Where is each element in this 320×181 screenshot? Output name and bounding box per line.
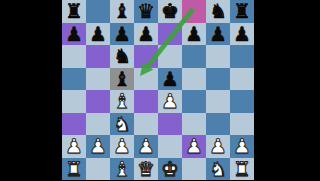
piece-white-pawn[interactable]: ♟ <box>65 135 83 158</box>
piece-white-bishop[interactable]: ♝ <box>113 90 131 113</box>
piece-white-rook[interactable]: ♜ <box>233 158 251 181</box>
piece-black-queen[interactable]: ♛ <box>137 0 155 23</box>
piece-white-pawn[interactable]: ♟ <box>209 135 227 158</box>
piece-black-rook[interactable]: ♜ <box>233 0 251 23</box>
square-f3[interactable] <box>182 113 206 136</box>
square-c3[interactable]: ♞ <box>110 113 134 136</box>
square-b8[interactable] <box>86 0 110 23</box>
square-g6[interactable] <box>206 45 230 68</box>
square-h1[interactable]: ♜ <box>230 158 254 181</box>
square-c8[interactable]: ♝ <box>110 0 134 23</box>
letterbox-right <box>254 0 320 180</box>
square-e5[interactable]: ♟ <box>158 68 182 91</box>
square-b4[interactable] <box>86 90 110 113</box>
square-c7[interactable]: ♟ <box>110 23 134 46</box>
square-g1[interactable]: ♞ <box>206 158 230 181</box>
square-c5[interactable]: ♝ <box>110 68 134 91</box>
piece-black-king[interactable]: ♚ <box>161 0 179 23</box>
square-b1[interactable] <box>86 158 110 181</box>
square-d3[interactable] <box>134 113 158 136</box>
piece-white-rook[interactable]: ♜ <box>65 158 83 181</box>
piece-white-pawn[interactable]: ♟ <box>185 135 203 158</box>
square-a5[interactable] <box>62 68 86 91</box>
square-c2[interactable]: ♟ <box>110 135 134 158</box>
square-a8[interactable]: ♜ <box>62 0 86 23</box>
square-h2[interactable]: ♟ <box>230 135 254 158</box>
square-h8[interactable]: ♜ <box>230 0 254 23</box>
piece-white-pawn[interactable]: ♟ <box>137 135 155 158</box>
piece-black-bishop[interactable]: ♝ <box>113 0 131 23</box>
square-b5[interactable] <box>86 68 110 91</box>
square-c6[interactable]: ♞ <box>110 45 134 68</box>
piece-black-pawn[interactable]: ♟ <box>233 23 251 46</box>
square-b3[interactable] <box>86 113 110 136</box>
piece-white-pawn[interactable]: ♟ <box>113 135 131 158</box>
square-g8[interactable]: ♞ <box>206 0 230 23</box>
piece-white-knight[interactable]: ♞ <box>113 113 131 136</box>
piece-black-pawn[interactable]: ♟ <box>185 23 203 46</box>
square-d5[interactable] <box>134 68 158 91</box>
square-h3[interactable] <box>230 113 254 136</box>
square-a4[interactable] <box>62 90 86 113</box>
piece-black-knight[interactable]: ♞ <box>209 0 227 23</box>
square-a2[interactable]: ♟ <box>62 135 86 158</box>
piece-black-bishop[interactable]: ♝ <box>113 68 131 91</box>
square-f2[interactable]: ♟ <box>182 135 206 158</box>
square-e8[interactable]: ♚ <box>158 0 182 23</box>
piece-white-pawn[interactable]: ♟ <box>89 135 107 158</box>
piece-black-knight[interactable]: ♞ <box>113 45 131 68</box>
square-h7[interactable]: ♟ <box>230 23 254 46</box>
chess-board[interactable]: ♜♝♛♚♞♜♟♟♟♟♟♟♟♞♝♟♝♟♞♟♟♟♟♟♟♟♜♝♛♚♞♜ <box>62 0 254 180</box>
square-h5[interactable] <box>230 68 254 91</box>
chess-app-stage: ♜♝♛♚♞♜♟♟♟♟♟♟♟♞♝♟♝♟♞♟♟♟♟♟♟♟♜♝♛♚♞♜ <box>0 0 320 180</box>
square-f4[interactable] <box>182 90 206 113</box>
square-h6[interactable] <box>230 45 254 68</box>
square-e7[interactable] <box>158 23 182 46</box>
piece-black-pawn[interactable]: ♟ <box>89 23 107 46</box>
piece-white-pawn[interactable]: ♟ <box>233 135 251 158</box>
square-b6[interactable] <box>86 45 110 68</box>
square-a7[interactable]: ♟ <box>62 23 86 46</box>
piece-black-pawn[interactable]: ♟ <box>137 23 155 46</box>
square-e6[interactable] <box>158 45 182 68</box>
piece-white-knight[interactable]: ♞ <box>209 158 227 181</box>
square-g2[interactable]: ♟ <box>206 135 230 158</box>
piece-black-rook[interactable]: ♜ <box>65 0 83 23</box>
square-d6[interactable] <box>134 45 158 68</box>
piece-black-pawn[interactable]: ♟ <box>209 23 227 46</box>
piece-black-pawn[interactable]: ♟ <box>113 23 131 46</box>
square-e4[interactable]: ♟ <box>158 90 182 113</box>
piece-white-pawn[interactable]: ♟ <box>161 90 179 113</box>
square-d1[interactable]: ♛ <box>134 158 158 181</box>
square-d2[interactable]: ♟ <box>134 135 158 158</box>
piece-black-pawn[interactable]: ♟ <box>65 23 83 46</box>
square-a3[interactable] <box>62 113 86 136</box>
square-g4[interactable] <box>206 90 230 113</box>
square-a6[interactable] <box>62 45 86 68</box>
square-d7[interactable]: ♟ <box>134 23 158 46</box>
piece-white-king[interactable]: ♚ <box>161 158 179 181</box>
square-b7[interactable]: ♟ <box>86 23 110 46</box>
square-g5[interactable] <box>206 68 230 91</box>
square-f7[interactable]: ♟ <box>182 23 206 46</box>
square-f8[interactable] <box>182 0 206 23</box>
square-e2[interactable] <box>158 135 182 158</box>
square-e3[interactable] <box>158 113 182 136</box>
square-g3[interactable] <box>206 113 230 136</box>
square-d8[interactable]: ♛ <box>134 0 158 23</box>
square-h4[interactable] <box>230 90 254 113</box>
letterbox-left <box>0 0 62 180</box>
square-b2[interactable]: ♟ <box>86 135 110 158</box>
square-c1[interactable]: ♝ <box>110 158 134 181</box>
square-f5[interactable] <box>182 68 206 91</box>
square-e1[interactable]: ♚ <box>158 158 182 181</box>
piece-white-bishop[interactable]: ♝ <box>113 158 131 181</box>
piece-white-queen[interactable]: ♛ <box>137 158 155 181</box>
square-d4[interactable] <box>134 90 158 113</box>
square-c4[interactable]: ♝ <box>110 90 134 113</box>
piece-black-pawn[interactable]: ♟ <box>161 68 179 91</box>
square-a1[interactable]: ♜ <box>62 158 86 181</box>
square-f6[interactable] <box>182 45 206 68</box>
square-g7[interactable]: ♟ <box>206 23 230 46</box>
square-f1[interactable] <box>182 158 206 181</box>
